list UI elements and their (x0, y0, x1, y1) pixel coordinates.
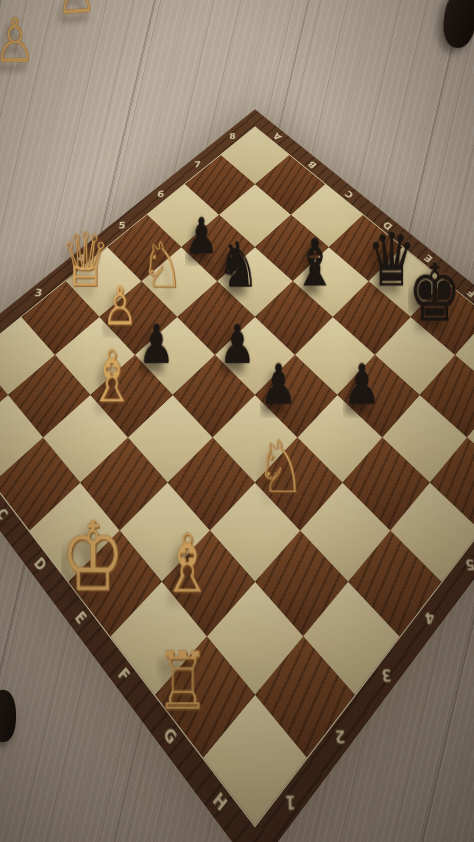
coordinate-label-8: 8 (224, 117, 241, 156)
board-scene: ABCDEFGH ABCDEFGH 87654321 87654321 ♛♚♝♟… (3, 57, 474, 733)
captured-white-pawn: ♙ (55, 0, 97, 23)
chess-board: ABCDEFGH ABCDEFGH 87654321 87654321 ♛♚♝♟… (0, 109, 474, 842)
coordinate-label-7: 7 (188, 144, 206, 185)
perspective-stretch: ABCDEFGH ABCDEFGH 87654321 87654321 ♛♚♝♟… (8, 0, 468, 842)
square-c4: ♟ (135, 317, 215, 395)
coordinate-label-6: 6 (151, 173, 171, 216)
black-pawn-f6: ♟ (343, 358, 380, 413)
